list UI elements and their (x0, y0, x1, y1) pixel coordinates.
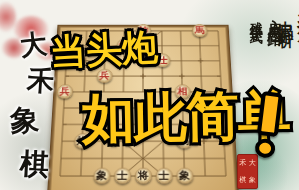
channel-banner-char: 大 (18, 26, 49, 65)
right-banner-column-2: 入局思路 残棋定式 (247, 7, 284, 23)
right-banner-text: 残棋定式 (247, 11, 265, 23)
piece-red-a5: 兵 (56, 84, 73, 98)
piece-black-f10: 士 (155, 168, 172, 184)
channel-banner-char: 象 (9, 100, 41, 142)
piece-black-e10: 将 (135, 168, 152, 184)
exclamation-dot (254, 138, 276, 159)
seal-char: 禾 (238, 159, 248, 167)
right-banner-text: 入局思路 (265, 7, 284, 23)
seal-char: 象 (248, 176, 258, 184)
seal-char: 大 (248, 159, 258, 167)
seal-char: 棋 (238, 176, 248, 184)
piece-black-g10: 象 (176, 168, 193, 184)
thumbnail-canvas: 帥馬炮仕仕兵兵相炮馬象士将士象 大 禾 象 棋 当头炮 如此简单 正谱布局 中局… (0, 0, 299, 190)
piece-black-d10: 士 (114, 168, 131, 184)
piece-red-h1: 馬 (192, 24, 208, 37)
channel-seal: 大 禾 象 棋 (237, 154, 258, 189)
badge-text: 当头炮 (49, 23, 159, 78)
piece-black-c10: 象 (93, 168, 110, 184)
right-banner-text: 正谱布局 (295, 3, 299, 25)
channel-banner-char: 棋 (19, 144, 50, 185)
